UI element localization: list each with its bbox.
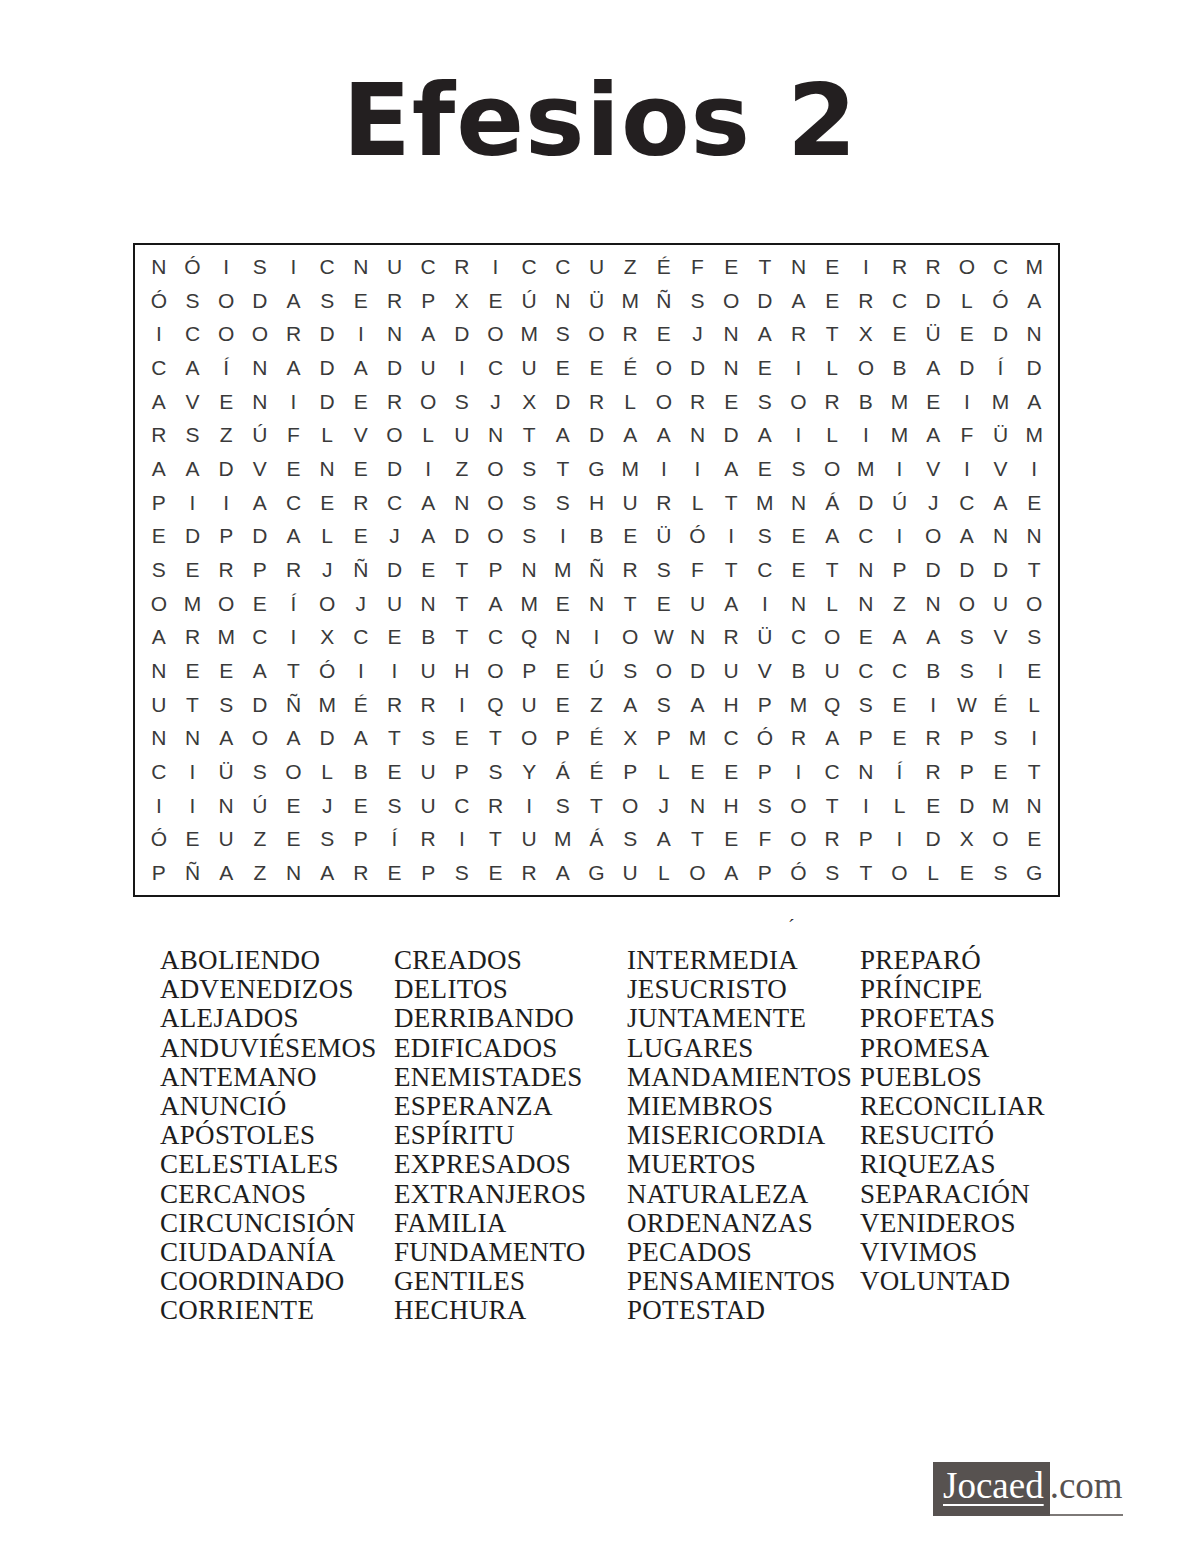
grid-cell-r6c13[interactable]: A bbox=[546, 418, 580, 452]
grid-cell-r15c16[interactable]: P bbox=[647, 722, 681, 756]
grid-cell-r6c22[interactable]: I bbox=[849, 418, 883, 452]
grid-cell-r18c19[interactable]: F bbox=[748, 823, 782, 857]
grid-cell-r17c19[interactable]: S bbox=[748, 789, 782, 823]
grid-cell-r15c21[interactable]: A bbox=[815, 722, 849, 756]
grid-cell-r13c18[interactable]: U bbox=[714, 654, 748, 688]
grid-cell-r11c26[interactable]: U bbox=[984, 587, 1018, 621]
grid-cell-r12c15[interactable]: O bbox=[613, 621, 647, 655]
grid-cell-r15c13[interactable]: P bbox=[546, 722, 580, 756]
grid-cell-r5c15[interactable]: L bbox=[613, 385, 647, 419]
grid-cell-r13c23[interactable]: C bbox=[883, 654, 917, 688]
grid-cell-r10c26[interactable]: D bbox=[984, 553, 1018, 587]
grid-cell-r6c21[interactable]: L bbox=[815, 418, 849, 452]
grid-cell-r3c19[interactable]: A bbox=[748, 317, 782, 351]
grid-cell-r18c8[interactable]: Í bbox=[378, 823, 412, 857]
grid-cell-r15c5[interactable]: A bbox=[277, 722, 311, 756]
grid-cell-r7c19[interactable]: E bbox=[748, 452, 782, 486]
grid-cell-r14c1[interactable]: U bbox=[142, 688, 176, 722]
grid-cell-r10c17[interactable]: F bbox=[681, 553, 715, 587]
grid-cell-r17c17[interactable]: N bbox=[681, 789, 715, 823]
grid-cell-r8c6[interactable]: E bbox=[310, 486, 344, 520]
grid-cell-r11c20[interactable]: N bbox=[782, 587, 816, 621]
grid-cell-r5c1[interactable]: A bbox=[142, 385, 176, 419]
grid-cell-r7c1[interactable]: A bbox=[142, 452, 176, 486]
grid-cell-r16c2[interactable]: I bbox=[176, 755, 210, 789]
grid-cell-r1c11[interactable]: I bbox=[479, 250, 513, 284]
grid-cell-r11c5[interactable]: Í bbox=[277, 587, 311, 621]
grid-cell-r2c4[interactable]: D bbox=[243, 284, 277, 318]
grid-cell-r15c6[interactable]: D bbox=[310, 722, 344, 756]
grid-cell-r5c27[interactable]: A bbox=[1017, 385, 1051, 419]
grid-cell-r6c3[interactable]: Z bbox=[209, 418, 243, 452]
grid-cell-r14c22[interactable]: S bbox=[849, 688, 883, 722]
grid-cell-r19c15[interactable]: U bbox=[613, 856, 647, 890]
grid-cell-r12c25[interactable]: S bbox=[950, 621, 984, 655]
grid-cell-r7c14[interactable]: G bbox=[580, 452, 614, 486]
grid-cell-r12c10[interactable]: T bbox=[445, 621, 479, 655]
grid-cell-r13c16[interactable]: O bbox=[647, 654, 681, 688]
grid-cell-r2c7[interactable]: E bbox=[344, 284, 378, 318]
grid-cell-r13c14[interactable]: Ú bbox=[580, 654, 614, 688]
grid-cell-r16c5[interactable]: O bbox=[277, 755, 311, 789]
grid-cell-r8c13[interactable]: S bbox=[546, 486, 580, 520]
grid-cell-r4c10[interactable]: I bbox=[445, 351, 479, 385]
grid-cell-r17c5[interactable]: E bbox=[277, 789, 311, 823]
grid-cell-r9c15[interactable]: E bbox=[613, 519, 647, 553]
grid-cell-r4c26[interactable]: Í bbox=[984, 351, 1018, 385]
grid-cell-r18c7[interactable]: P bbox=[344, 823, 378, 857]
grid-cell-r4c20[interactable]: I bbox=[782, 351, 816, 385]
grid-cell-r12c8[interactable]: E bbox=[378, 621, 412, 655]
grid-cell-r19c25[interactable]: E bbox=[950, 856, 984, 890]
grid-cell-r15c9[interactable]: S bbox=[411, 722, 445, 756]
grid-cell-r8c19[interactable]: M bbox=[748, 486, 782, 520]
grid-cell-r3c2[interactable]: C bbox=[176, 317, 210, 351]
grid-cell-r14c3[interactable]: S bbox=[209, 688, 243, 722]
grid-cell-r14c21[interactable]: Q bbox=[815, 688, 849, 722]
grid-cell-r11c15[interactable]: T bbox=[613, 587, 647, 621]
grid-cell-r7c15[interactable]: M bbox=[613, 452, 647, 486]
grid-cell-r16c7[interactable]: B bbox=[344, 755, 378, 789]
grid-cell-r11c25[interactable]: O bbox=[950, 587, 984, 621]
grid-cell-r4c2[interactable]: A bbox=[176, 351, 210, 385]
grid-cell-r4c19[interactable]: E bbox=[748, 351, 782, 385]
grid-cell-r6c11[interactable]: N bbox=[479, 418, 513, 452]
grid-cell-r19c2[interactable]: Ñ bbox=[176, 856, 210, 890]
grid-cell-r2c2[interactable]: S bbox=[176, 284, 210, 318]
grid-cell-r4c16[interactable]: O bbox=[647, 351, 681, 385]
grid-cell-r13c21[interactable]: U bbox=[815, 654, 849, 688]
grid-cell-r17c10[interactable]: C bbox=[445, 789, 479, 823]
grid-cell-r19c27[interactable]: G bbox=[1017, 856, 1051, 890]
grid-cell-r7c5[interactable]: E bbox=[277, 452, 311, 486]
grid-cell-r11c10[interactable]: T bbox=[445, 587, 479, 621]
grid-cell-r16c17[interactable]: E bbox=[681, 755, 715, 789]
grid-cell-r3c12[interactable]: M bbox=[512, 317, 546, 351]
grid-cell-r8c23[interactable]: Ú bbox=[883, 486, 917, 520]
grid-cell-r15c15[interactable]: X bbox=[613, 722, 647, 756]
grid-cell-r17c8[interactable]: S bbox=[378, 789, 412, 823]
grid-cell-r13c15[interactable]: S bbox=[613, 654, 647, 688]
grid-cell-r2c9[interactable]: P bbox=[411, 284, 445, 318]
grid-cell-r15c26[interactable]: S bbox=[984, 722, 1018, 756]
grid-cell-r12c9[interactable]: B bbox=[411, 621, 445, 655]
grid-cell-r9c14[interactable]: B bbox=[580, 519, 614, 553]
grid-cell-r19c9[interactable]: P bbox=[411, 856, 445, 890]
grid-cell-r9c11[interactable]: O bbox=[479, 519, 513, 553]
grid-cell-r8c12[interactable]: S bbox=[512, 486, 546, 520]
grid-cell-r16c1[interactable]: C bbox=[142, 755, 176, 789]
grid-cell-r1c2[interactable]: Ó bbox=[176, 250, 210, 284]
grid-cell-r16c4[interactable]: S bbox=[243, 755, 277, 789]
grid-cell-r14c18[interactable]: H bbox=[714, 688, 748, 722]
grid-cell-r4c8[interactable]: D bbox=[378, 351, 412, 385]
grid-cell-r17c26[interactable]: M bbox=[984, 789, 1018, 823]
grid-cell-r18c9[interactable]: R bbox=[411, 823, 445, 857]
grid-cell-r16c24[interactable]: R bbox=[916, 755, 950, 789]
grid-cell-r8c10[interactable]: N bbox=[445, 486, 479, 520]
grid-cell-r1c25[interactable]: O bbox=[950, 250, 984, 284]
grid-cell-r2c12[interactable]: Ú bbox=[512, 284, 546, 318]
grid-cell-r18c21[interactable]: R bbox=[815, 823, 849, 857]
grid-cell-r1c20[interactable]: N bbox=[782, 250, 816, 284]
grid-cell-r4c25[interactable]: D bbox=[950, 351, 984, 385]
grid-cell-r2c21[interactable]: E bbox=[815, 284, 849, 318]
grid-cell-r15c7[interactable]: A bbox=[344, 722, 378, 756]
grid-cell-r9c4[interactable]: D bbox=[243, 519, 277, 553]
grid-cell-r9c12[interactable]: S bbox=[512, 519, 546, 553]
grid-cell-r13c19[interactable]: V bbox=[748, 654, 782, 688]
grid-cell-r17c1[interactable]: I bbox=[142, 789, 176, 823]
grid-cell-r2c16[interactable]: Ñ bbox=[647, 284, 681, 318]
grid-cell-r6c26[interactable]: Ü bbox=[984, 418, 1018, 452]
grid-cell-r7c16[interactable]: I bbox=[647, 452, 681, 486]
grid-cell-r16c26[interactable]: E bbox=[984, 755, 1018, 789]
grid-cell-r16c3[interactable]: Ü bbox=[209, 755, 243, 789]
grid-cell-r17c9[interactable]: U bbox=[411, 789, 445, 823]
grid-cell-r14c7[interactable]: É bbox=[344, 688, 378, 722]
grid-cell-r4c21[interactable]: L bbox=[815, 351, 849, 385]
grid-cell-r3c22[interactable]: X bbox=[849, 317, 883, 351]
grid-cell-r12c7[interactable]: C bbox=[344, 621, 378, 655]
grid-cell-r5c21[interactable]: R bbox=[815, 385, 849, 419]
grid-cell-r5c23[interactable]: M bbox=[883, 385, 917, 419]
grid-cell-r13c17[interactable]: D bbox=[681, 654, 715, 688]
grid-cell-r10c22[interactable]: N bbox=[849, 553, 883, 587]
grid-cell-r14c2[interactable]: T bbox=[176, 688, 210, 722]
grid-cell-r3c26[interactable]: D bbox=[984, 317, 1018, 351]
grid-cell-r18c24[interactable]: D bbox=[916, 823, 950, 857]
grid-cell-r5c7[interactable]: E bbox=[344, 385, 378, 419]
grid-cell-r17c11[interactable]: R bbox=[479, 789, 513, 823]
grid-cell-r19c26[interactable]: S bbox=[984, 856, 1018, 890]
grid-cell-r17c23[interactable]: L bbox=[883, 789, 917, 823]
grid-cell-r4c15[interactable]: É bbox=[613, 351, 647, 385]
grid-cell-r7c10[interactable]: Z bbox=[445, 452, 479, 486]
grid-cell-r3c21[interactable]: T bbox=[815, 317, 849, 351]
grid-cell-r3c13[interactable]: S bbox=[546, 317, 580, 351]
grid-cell-r12c6[interactable]: X bbox=[310, 621, 344, 655]
grid-cell-r7c13[interactable]: T bbox=[546, 452, 580, 486]
grid-cell-r17c7[interactable]: E bbox=[344, 789, 378, 823]
grid-cell-r8c14[interactable]: H bbox=[580, 486, 614, 520]
grid-cell-r16c22[interactable]: N bbox=[849, 755, 883, 789]
grid-cell-r1c21[interactable]: E bbox=[815, 250, 849, 284]
grid-cell-r15c17[interactable]: M bbox=[681, 722, 715, 756]
grid-cell-r14c5[interactable]: Ñ bbox=[277, 688, 311, 722]
grid-cell-r10c27[interactable]: T bbox=[1017, 553, 1051, 587]
grid-cell-r14c26[interactable]: É bbox=[984, 688, 1018, 722]
grid-cell-r1c12[interactable]: C bbox=[512, 250, 546, 284]
grid-cell-r4c3[interactable]: Í bbox=[209, 351, 243, 385]
grid-cell-r11c17[interactable]: U bbox=[681, 587, 715, 621]
grid-cell-r1c1[interactable]: N bbox=[142, 250, 176, 284]
grid-cell-r8c27[interactable]: E bbox=[1017, 486, 1051, 520]
grid-cell-r1c10[interactable]: R bbox=[445, 250, 479, 284]
grid-cell-r6c27[interactable]: M bbox=[1017, 418, 1051, 452]
grid-cell-r15c25[interactable]: P bbox=[950, 722, 984, 756]
grid-cell-r17c18[interactable]: H bbox=[714, 789, 748, 823]
grid-cell-r11c3[interactable]: O bbox=[209, 587, 243, 621]
grid-cell-r17c2[interactable]: I bbox=[176, 789, 210, 823]
grid-cell-r10c6[interactable]: J bbox=[310, 553, 344, 587]
grid-cell-r10c13[interactable]: M bbox=[546, 553, 580, 587]
grid-cell-r7c11[interactable]: O bbox=[479, 452, 513, 486]
grid-cell-r12c2[interactable]: R bbox=[176, 621, 210, 655]
grid-cell-r6c18[interactable]: D bbox=[714, 418, 748, 452]
grid-cell-r9c1[interactable]: E bbox=[142, 519, 176, 553]
grid-cell-r4c7[interactable]: A bbox=[344, 351, 378, 385]
grid-cell-r3c9[interactable]: A bbox=[411, 317, 445, 351]
grid-cell-r7c24[interactable]: V bbox=[916, 452, 950, 486]
grid-cell-r13c5[interactable]: T bbox=[277, 654, 311, 688]
grid-cell-r6c15[interactable]: A bbox=[613, 418, 647, 452]
grid-cell-r14c16[interactable]: S bbox=[647, 688, 681, 722]
grid-cell-r18c27[interactable]: E bbox=[1017, 823, 1051, 857]
grid-cell-r3c23[interactable]: E bbox=[883, 317, 917, 351]
grid-cell-r12c5[interactable]: I bbox=[277, 621, 311, 655]
grid-cell-r14c11[interactable]: Q bbox=[479, 688, 513, 722]
grid-cell-r14c19[interactable]: P bbox=[748, 688, 782, 722]
grid-cell-r9c23[interactable]: I bbox=[883, 519, 917, 553]
grid-cell-r6c16[interactable]: A bbox=[647, 418, 681, 452]
grid-cell-r19c12[interactable]: R bbox=[512, 856, 546, 890]
grid-cell-r15c2[interactable]: N bbox=[176, 722, 210, 756]
grid-cell-r3c1[interactable]: I bbox=[142, 317, 176, 351]
grid-cell-r10c18[interactable]: T bbox=[714, 553, 748, 587]
grid-cell-r2c18[interactable]: O bbox=[714, 284, 748, 318]
grid-cell-r1c9[interactable]: C bbox=[411, 250, 445, 284]
grid-cell-r4c1[interactable]: C bbox=[142, 351, 176, 385]
grid-cell-r10c14[interactable]: Ñ bbox=[580, 553, 614, 587]
grid-cell-r13c2[interactable]: E bbox=[176, 654, 210, 688]
grid-cell-r6c20[interactable]: I bbox=[782, 418, 816, 452]
grid-cell-r16c11[interactable]: S bbox=[479, 755, 513, 789]
grid-cell-r16c21[interactable]: C bbox=[815, 755, 849, 789]
grid-cell-r19c16[interactable]: L bbox=[647, 856, 681, 890]
grid-cell-r19c23[interactable]: O bbox=[883, 856, 917, 890]
grid-cell-r13c12[interactable]: P bbox=[512, 654, 546, 688]
jocaed-logo[interactable]: Jocaed.com bbox=[933, 1462, 1123, 1516]
grid-cell-r11c9[interactable]: N bbox=[411, 587, 445, 621]
grid-cell-r4c5[interactable]: A bbox=[277, 351, 311, 385]
grid-cell-r19c21[interactable]: S bbox=[815, 856, 849, 890]
grid-cell-r3c4[interactable]: O bbox=[243, 317, 277, 351]
grid-cell-r7c8[interactable]: D bbox=[378, 452, 412, 486]
grid-cell-r15c12[interactable]: O bbox=[512, 722, 546, 756]
grid-cell-r6c10[interactable]: U bbox=[445, 418, 479, 452]
grid-cell-r19c7[interactable]: R bbox=[344, 856, 378, 890]
grid-cell-r5c16[interactable]: O bbox=[647, 385, 681, 419]
grid-cell-r9c24[interactable]: O bbox=[916, 519, 950, 553]
grid-cell-r17c6[interactable]: J bbox=[310, 789, 344, 823]
grid-cell-r13c4[interactable]: A bbox=[243, 654, 277, 688]
grid-cell-r10c15[interactable]: R bbox=[613, 553, 647, 587]
grid-cell-r7c2[interactable]: A bbox=[176, 452, 210, 486]
grid-cell-r5c2[interactable]: V bbox=[176, 385, 210, 419]
grid-cell-r4c23[interactable]: B bbox=[883, 351, 917, 385]
grid-cell-r2c22[interactable]: R bbox=[849, 284, 883, 318]
grid-cell-r5c4[interactable]: N bbox=[243, 385, 277, 419]
grid-cell-r11c19[interactable]: I bbox=[748, 587, 782, 621]
grid-cell-r6c17[interactable]: N bbox=[681, 418, 715, 452]
grid-cell-r14c13[interactable]: E bbox=[546, 688, 580, 722]
grid-cell-r2c1[interactable]: Ó bbox=[142, 284, 176, 318]
grid-cell-r11c6[interactable]: O bbox=[310, 587, 344, 621]
grid-cell-r15c14[interactable]: É bbox=[580, 722, 614, 756]
grid-cell-r12c12[interactable]: Q bbox=[512, 621, 546, 655]
grid-cell-r19c5[interactable]: N bbox=[277, 856, 311, 890]
grid-cell-r14c20[interactable]: M bbox=[782, 688, 816, 722]
grid-cell-r5c8[interactable]: R bbox=[378, 385, 412, 419]
grid-cell-r10c8[interactable]: D bbox=[378, 553, 412, 587]
grid-cell-r7c23[interactable]: I bbox=[883, 452, 917, 486]
grid-cell-r14c23[interactable]: E bbox=[883, 688, 917, 722]
grid-cell-r11c14[interactable]: N bbox=[580, 587, 614, 621]
grid-cell-r1c14[interactable]: U bbox=[580, 250, 614, 284]
grid-cell-r5c19[interactable]: S bbox=[748, 385, 782, 419]
grid-cell-r7c6[interactable]: N bbox=[310, 452, 344, 486]
grid-cell-r17c16[interactable]: J bbox=[647, 789, 681, 823]
grid-cell-r5c5[interactable]: I bbox=[277, 385, 311, 419]
grid-cell-r18c12[interactable]: U bbox=[512, 823, 546, 857]
grid-cell-r18c11[interactable]: T bbox=[479, 823, 513, 857]
grid-cell-r15c20[interactable]: R bbox=[782, 722, 816, 756]
grid-cell-r6c5[interactable]: F bbox=[277, 418, 311, 452]
grid-cell-r17c25[interactable]: D bbox=[950, 789, 984, 823]
grid-cell-r8c7[interactable]: R bbox=[344, 486, 378, 520]
grid-cell-r16c14[interactable]: É bbox=[580, 755, 614, 789]
grid-cell-r8c18[interactable]: T bbox=[714, 486, 748, 520]
grid-cell-r5c9[interactable]: O bbox=[411, 385, 445, 419]
grid-cell-r13c13[interactable]: E bbox=[546, 654, 580, 688]
grid-cell-r13c7[interactable]: I bbox=[344, 654, 378, 688]
grid-cell-r7c9[interactable]: I bbox=[411, 452, 445, 486]
grid-cell-r13c3[interactable]: E bbox=[209, 654, 243, 688]
grid-cell-r4c24[interactable]: A bbox=[916, 351, 950, 385]
grid-cell-r13c24[interactable]: B bbox=[916, 654, 950, 688]
grid-cell-r1c19[interactable]: T bbox=[748, 250, 782, 284]
grid-cell-r6c14[interactable]: D bbox=[580, 418, 614, 452]
grid-cell-r3c8[interactable]: N bbox=[378, 317, 412, 351]
grid-cell-r6c8[interactable]: O bbox=[378, 418, 412, 452]
grid-cell-r11c13[interactable]: E bbox=[546, 587, 580, 621]
grid-cell-r14c8[interactable]: R bbox=[378, 688, 412, 722]
grid-cell-r4c4[interactable]: N bbox=[243, 351, 277, 385]
grid-cell-r4c14[interactable]: E bbox=[580, 351, 614, 385]
grid-cell-r12c4[interactable]: C bbox=[243, 621, 277, 655]
grid-cell-r16c25[interactable]: P bbox=[950, 755, 984, 789]
grid-cell-r16c19[interactable]: P bbox=[748, 755, 782, 789]
grid-cell-r3c20[interactable]: R bbox=[782, 317, 816, 351]
grid-cell-r2c23[interactable]: C bbox=[883, 284, 917, 318]
grid-cell-r19c17[interactable]: O bbox=[681, 856, 715, 890]
grid-cell-r6c9[interactable]: L bbox=[411, 418, 445, 452]
grid-cell-r19c20[interactable]: Ó bbox=[782, 856, 816, 890]
grid-cell-r9c19[interactable]: S bbox=[748, 519, 782, 553]
grid-cell-r12c17[interactable]: N bbox=[681, 621, 715, 655]
grid-cell-r2c13[interactable]: N bbox=[546, 284, 580, 318]
grid-cell-r16c10[interactable]: P bbox=[445, 755, 479, 789]
grid-cell-r16c23[interactable]: Í bbox=[883, 755, 917, 789]
grid-cell-r10c20[interactable]: E bbox=[782, 553, 816, 587]
grid-cell-r8c24[interactable]: J bbox=[916, 486, 950, 520]
grid-cell-r11c7[interactable]: J bbox=[344, 587, 378, 621]
grid-cell-r8c22[interactable]: D bbox=[849, 486, 883, 520]
grid-cell-r6c25[interactable]: F bbox=[950, 418, 984, 452]
grid-cell-r9c18[interactable]: I bbox=[714, 519, 748, 553]
grid-cell-r11c8[interactable]: U bbox=[378, 587, 412, 621]
grid-cell-r18c6[interactable]: S bbox=[310, 823, 344, 857]
grid-cell-r19c8[interactable]: E bbox=[378, 856, 412, 890]
grid-cell-r10c25[interactable]: D bbox=[950, 553, 984, 587]
grid-cell-r18c2[interactable]: E bbox=[176, 823, 210, 857]
grid-cell-r1c26[interactable]: C bbox=[984, 250, 1018, 284]
grid-cell-r2c20[interactable]: A bbox=[782, 284, 816, 318]
grid-cell-r18c14[interactable]: Á bbox=[580, 823, 614, 857]
grid-cell-r4c22[interactable]: O bbox=[849, 351, 883, 385]
grid-cell-r3c27[interactable]: N bbox=[1017, 317, 1051, 351]
grid-cell-r7c18[interactable]: A bbox=[714, 452, 748, 486]
grid-cell-r9c6[interactable]: L bbox=[310, 519, 344, 553]
grid-cell-r8c9[interactable]: A bbox=[411, 486, 445, 520]
grid-cell-r12c24[interactable]: A bbox=[916, 621, 950, 655]
grid-cell-r19c10[interactable]: S bbox=[445, 856, 479, 890]
grid-cell-r14c17[interactable]: A bbox=[681, 688, 715, 722]
grid-cell-r8c21[interactable]: Á bbox=[815, 486, 849, 520]
grid-cell-r16c27[interactable]: T bbox=[1017, 755, 1051, 789]
grid-cell-r11c21[interactable]: L bbox=[815, 587, 849, 621]
grid-cell-r14c14[interactable]: Z bbox=[580, 688, 614, 722]
grid-cell-r17c13[interactable]: S bbox=[546, 789, 580, 823]
grid-cell-r14c12[interactable]: U bbox=[512, 688, 546, 722]
grid-cell-r16c15[interactable]: P bbox=[613, 755, 647, 789]
grid-cell-r17c21[interactable]: T bbox=[815, 789, 849, 823]
grid-cell-r19c13[interactable]: A bbox=[546, 856, 580, 890]
grid-cell-r6c12[interactable]: T bbox=[512, 418, 546, 452]
grid-cell-r19c6[interactable]: A bbox=[310, 856, 344, 890]
grid-cell-r9c21[interactable]: A bbox=[815, 519, 849, 553]
grid-cell-r15c19[interactable]: Ó bbox=[748, 722, 782, 756]
grid-cell-r6c23[interactable]: M bbox=[883, 418, 917, 452]
grid-cell-r2c15[interactable]: M bbox=[613, 284, 647, 318]
grid-cell-r2c10[interactable]: X bbox=[445, 284, 479, 318]
grid-cell-r16c6[interactable]: L bbox=[310, 755, 344, 789]
grid-cell-r5c22[interactable]: B bbox=[849, 385, 883, 419]
grid-cell-r18c15[interactable]: S bbox=[613, 823, 647, 857]
grid-cell-r19c1[interactable]: P bbox=[142, 856, 176, 890]
grid-cell-r6c7[interactable]: V bbox=[344, 418, 378, 452]
